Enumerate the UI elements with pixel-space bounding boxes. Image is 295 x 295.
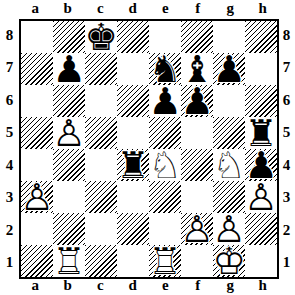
chess-piece-bR: ♜ xyxy=(117,149,149,181)
coordinate-label: a xyxy=(19,277,52,295)
coordinate-label: g xyxy=(214,0,247,19)
coordinate-label: 7 xyxy=(278,52,295,85)
board-square[interactable] xyxy=(149,181,181,213)
board-square[interactable]: ♟ xyxy=(149,85,181,117)
coordinate-label: 8 xyxy=(0,19,19,52)
board-square[interactable] xyxy=(21,213,53,245)
coordinate-label: h xyxy=(247,277,280,295)
chess-piece-bP: ♟ xyxy=(181,85,213,117)
board-square[interactable]: ♟♙ xyxy=(21,181,53,213)
coordinate-label: 5 xyxy=(0,117,19,150)
chess-board: ♚♟♞♝♟♟♟♟♙♜♜♞♘♞♘♟♟♙♟♙♟♙♟♙♜♖♜♖♚♔ xyxy=(19,19,279,279)
board-square[interactable] xyxy=(85,85,117,117)
rank-labels-left: 87654321 xyxy=(0,19,19,279)
chess-piece-wP: ♙ xyxy=(213,213,245,245)
board-square[interactable] xyxy=(117,213,149,245)
board-square[interactable] xyxy=(245,53,277,85)
board-square[interactable]: ♞ xyxy=(149,53,181,85)
chess-piece-fill: ♟ xyxy=(53,117,85,149)
board-square[interactable]: ♟♙ xyxy=(213,213,245,245)
coordinate-label: 8 xyxy=(278,19,295,52)
coordinate-label: e xyxy=(149,277,182,295)
board-square[interactable] xyxy=(181,181,213,213)
board-square[interactable] xyxy=(53,21,85,53)
chess-piece-bR: ♜ xyxy=(245,117,277,149)
chess-piece-bP: ♟ xyxy=(245,149,277,181)
chess-piece-bB: ♝ xyxy=(181,53,213,85)
board-square[interactable] xyxy=(53,85,85,117)
chess-piece-wR: ♖ xyxy=(149,245,181,277)
chess-piece-fill: ♞ xyxy=(213,149,245,181)
board-square[interactable] xyxy=(117,85,149,117)
chess-piece-wN: ♘ xyxy=(149,149,181,181)
chess-piece-bP: ♟ xyxy=(53,53,85,85)
chess-piece-wN: ♘ xyxy=(213,149,245,181)
coordinate-label: 3 xyxy=(278,182,295,215)
coordinate-label: b xyxy=(52,0,85,19)
board-square[interactable] xyxy=(117,181,149,213)
chess-piece-wP: ♙ xyxy=(181,213,213,245)
board-square[interactable]: ♟♙ xyxy=(245,181,277,213)
board-square[interactable] xyxy=(213,117,245,149)
coordinate-label: h xyxy=(247,0,280,19)
board-square[interactable] xyxy=(181,149,213,181)
coordinate-label: f xyxy=(182,277,215,295)
board-square[interactable] xyxy=(85,213,117,245)
board-square[interactable] xyxy=(85,149,117,181)
coordinate-label: 6 xyxy=(278,84,295,117)
board-square[interactable] xyxy=(85,53,117,85)
board-square[interactable]: ♟ xyxy=(245,149,277,181)
board-square[interactable] xyxy=(245,245,277,277)
board-square[interactable]: ♝ xyxy=(181,53,213,85)
chess-piece-fill: ♚ xyxy=(213,245,245,277)
coordinate-label: 2 xyxy=(0,214,19,247)
coordinate-label: a xyxy=(19,0,52,19)
chess-piece-fill: ♜ xyxy=(149,245,181,277)
board-square[interactable] xyxy=(21,85,53,117)
coordinate-label: c xyxy=(84,277,117,295)
board-square[interactable] xyxy=(181,117,213,149)
board-square[interactable] xyxy=(117,117,149,149)
board-square[interactable] xyxy=(181,21,213,53)
board-square[interactable] xyxy=(21,149,53,181)
chess-piece-wK: ♔ xyxy=(213,245,245,277)
coordinate-label: g xyxy=(214,277,247,295)
chess-piece-wP: ♙ xyxy=(245,181,277,213)
board-square[interactable]: ♚ xyxy=(85,21,117,53)
coordinate-label: b xyxy=(52,277,85,295)
chess-piece-fill: ♟ xyxy=(181,213,213,245)
chess-piece-wP: ♙ xyxy=(53,117,85,149)
board-square[interactable] xyxy=(53,181,85,213)
coordinate-label: 1 xyxy=(278,247,295,280)
coordinate-label: f xyxy=(182,0,215,19)
coordinate-label: 5 xyxy=(278,117,295,150)
chess-piece-wR: ♖ xyxy=(53,245,85,277)
chess-piece-fill: ♟ xyxy=(245,181,277,213)
board-square[interactable] xyxy=(53,149,85,181)
board-square[interactable] xyxy=(117,245,149,277)
board-square[interactable] xyxy=(213,85,245,117)
board-square[interactable]: ♞♘ xyxy=(213,149,245,181)
board-square[interactable] xyxy=(85,181,117,213)
board-square[interactable] xyxy=(245,21,277,53)
board-square[interactable]: ♟ xyxy=(213,53,245,85)
board-square[interactable]: ♟♙ xyxy=(53,117,85,149)
board-square[interactable]: ♜♖ xyxy=(149,245,181,277)
board-square[interactable] xyxy=(53,213,85,245)
board-square[interactable] xyxy=(117,21,149,53)
coordinate-label: d xyxy=(117,277,150,295)
chess-piece-bP: ♟ xyxy=(149,85,181,117)
chess-piece-bN: ♞ xyxy=(149,53,181,85)
chess-piece-fill: ♟ xyxy=(21,181,53,213)
board-square[interactable] xyxy=(149,213,181,245)
rank-labels-right: 87654321 xyxy=(278,19,295,279)
board-square[interactable] xyxy=(21,117,53,149)
chess-diagram: abcdefgh abcdefgh 87654321 87654321 ♚♟♞♝… xyxy=(0,0,295,295)
board-square[interactable] xyxy=(85,245,117,277)
coordinate-label: 4 xyxy=(0,149,19,182)
coordinate-label: 4 xyxy=(278,149,295,182)
chess-piece-fill: ♜ xyxy=(53,245,85,277)
board-square[interactable] xyxy=(149,21,181,53)
coordinate-label: 6 xyxy=(0,84,19,117)
board-square[interactable]: ♟ xyxy=(53,53,85,85)
board-square[interactable] xyxy=(117,53,149,85)
board-square[interactable]: ♟ xyxy=(181,85,213,117)
board-square[interactable]: ♞♘ xyxy=(149,149,181,181)
board-square[interactable]: ♜ xyxy=(117,149,149,181)
coordinate-label: 1 xyxy=(0,247,19,280)
board-square[interactable] xyxy=(149,117,181,149)
chess-piece-fill: ♞ xyxy=(149,149,181,181)
board-square[interactable] xyxy=(213,21,245,53)
board-square[interactable] xyxy=(21,245,53,277)
coordinate-label: c xyxy=(84,0,117,19)
chess-piece-wP: ♙ xyxy=(21,181,53,213)
coordinate-label: 7 xyxy=(0,52,19,85)
file-labels-bottom: abcdefgh xyxy=(19,277,279,295)
board-square[interactable]: ♜♖ xyxy=(53,245,85,277)
board-square[interactable]: ♟♙ xyxy=(181,213,213,245)
board-square[interactable] xyxy=(213,181,245,213)
board-square[interactable] xyxy=(181,245,213,277)
chess-piece-fill: ♟ xyxy=(213,213,245,245)
board-square[interactable] xyxy=(85,117,117,149)
board-square[interactable] xyxy=(245,85,277,117)
chess-piece-bP: ♟ xyxy=(213,53,245,85)
chess-piece-bK: ♚ xyxy=(85,21,117,53)
coordinate-label: 3 xyxy=(0,182,19,215)
file-labels-top: abcdefgh xyxy=(19,0,279,19)
board-square[interactable] xyxy=(21,53,53,85)
board-square[interactable]: ♜ xyxy=(245,117,277,149)
coordinate-label: d xyxy=(117,0,150,19)
coordinate-label: e xyxy=(149,0,182,19)
coordinate-label: 2 xyxy=(278,214,295,247)
board-square[interactable]: ♚♔ xyxy=(213,245,245,277)
board-square[interactable] xyxy=(21,21,53,53)
board-square[interactable] xyxy=(245,213,277,245)
